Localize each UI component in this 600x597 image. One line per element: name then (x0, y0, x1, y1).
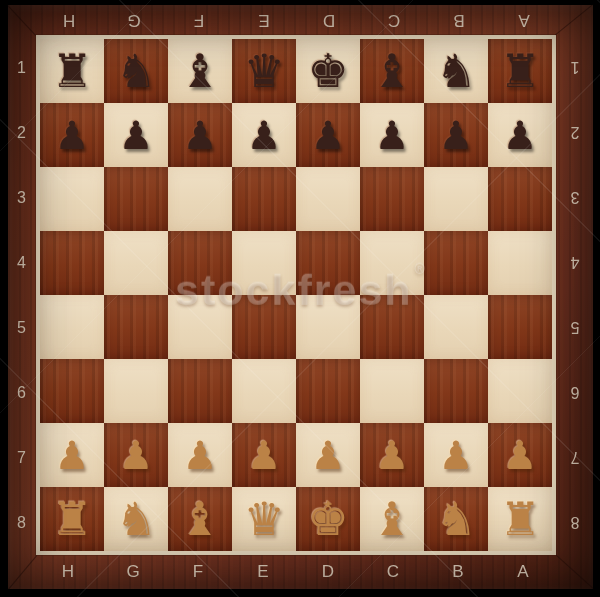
piece-black-pawn-f2[interactable]: ♟ (183, 116, 218, 155)
piece-white-pawn-f7[interactable]: ♟ (183, 436, 218, 475)
square-g1[interactable]: ♞ (104, 39, 168, 103)
square-a4[interactable] (488, 231, 552, 295)
file-label-top-h: H (36, 5, 101, 35)
square-h2[interactable]: ♟ (40, 103, 104, 167)
file-label-bottom-d: D (296, 555, 361, 589)
piece-black-bishop-c1[interactable]: ♝ (371, 48, 412, 94)
square-g4[interactable] (104, 231, 168, 295)
piece-black-pawn-e2[interactable]: ♟ (247, 116, 282, 155)
square-e2[interactable]: ♟ (232, 103, 296, 167)
square-f1[interactable]: ♝ (168, 39, 232, 103)
square-h8[interactable]: ♜ (40, 487, 104, 551)
file-label-top-d: D (296, 5, 361, 35)
square-f2[interactable]: ♟ (168, 103, 232, 167)
square-a6[interactable] (488, 359, 552, 423)
rank-label-right-8: 8 (556, 490, 593, 555)
rank-label-right-6: 6 (556, 360, 593, 425)
board-grid: ♜♞♝♛♚♝♞♜♟♟♟♟♟♟♟♟♟♟♟♟♟♟♟♟♜♞♝♛♚♝♞♜ (40, 39, 552, 551)
square-b5[interactable] (424, 295, 488, 359)
rank-label-right-7: 7 (556, 425, 593, 490)
piece-black-knight-g1[interactable]: ♞ (115, 48, 156, 94)
square-g5[interactable] (104, 295, 168, 359)
square-g2[interactable]: ♟ (104, 103, 168, 167)
square-e3[interactable] (232, 167, 296, 231)
square-g7[interactable]: ♟ (104, 423, 168, 487)
file-label-top-a: A (491, 5, 556, 35)
square-c1[interactable]: ♝ (360, 39, 424, 103)
file-label-bottom-f: F (166, 555, 231, 589)
square-h6[interactable] (40, 359, 104, 423)
piece-white-pawn-a7[interactable]: ♟ (503, 436, 538, 475)
file-label-top-g: G (101, 5, 166, 35)
file-label-top-b: B (426, 5, 491, 35)
square-a3[interactable] (488, 167, 552, 231)
square-f8[interactable]: ♝ (168, 487, 232, 551)
square-g6[interactable] (104, 359, 168, 423)
square-d5[interactable] (296, 295, 360, 359)
square-d8[interactable]: ♚ (296, 487, 360, 551)
piece-black-knight-b1[interactable]: ♞ (435, 48, 476, 94)
square-c4[interactable] (360, 231, 424, 295)
square-b2[interactable]: ♟ (424, 103, 488, 167)
piece-black-queen-e1[interactable]: ♛ (243, 48, 284, 94)
square-b6[interactable] (424, 359, 488, 423)
piece-white-pawn-b7[interactable]: ♟ (439, 436, 474, 475)
square-h7[interactable]: ♟ (40, 423, 104, 487)
rank-label-left-7: 7 (8, 425, 36, 490)
piece-white-pawn-g7[interactable]: ♟ (119, 436, 154, 475)
rank-label-right-3: 3 (556, 165, 593, 230)
square-e6[interactable] (232, 359, 296, 423)
rank-label-right-5: 5 (556, 295, 593, 360)
square-h4[interactable] (40, 231, 104, 295)
piece-white-knight-b8[interactable]: ♞ (435, 496, 476, 542)
square-d6[interactable] (296, 359, 360, 423)
rank-label-right-2: 2 (556, 100, 593, 165)
square-f7[interactable]: ♟ (168, 423, 232, 487)
square-f6[interactable] (168, 359, 232, 423)
square-a1[interactable]: ♜ (488, 39, 552, 103)
playing-area: ♜♞♝♛♚♝♞♜♟♟♟♟♟♟♟♟♟♟♟♟♟♟♟♟♜♞♝♛♚♝♞♜ (36, 35, 556, 555)
piece-black-rook-h1[interactable]: ♜ (51, 48, 92, 94)
square-c2[interactable]: ♟ (360, 103, 424, 167)
rank-label-left-8: 8 (8, 490, 36, 555)
piece-white-pawn-c7[interactable]: ♟ (375, 436, 410, 475)
square-c6[interactable] (360, 359, 424, 423)
rank-labels-left: 12345678 (8, 35, 36, 555)
rank-label-left-3: 3 (8, 165, 36, 230)
file-labels-top: HGFEDCBA (36, 5, 556, 35)
file-label-bottom-c: C (361, 555, 426, 589)
square-e1[interactable]: ♛ (232, 39, 296, 103)
piece-white-rook-a8[interactable]: ♜ (499, 496, 540, 542)
square-b4[interactable] (424, 231, 488, 295)
square-f3[interactable] (168, 167, 232, 231)
square-h3[interactable] (40, 167, 104, 231)
piece-white-bishop-c8[interactable]: ♝ (371, 496, 412, 542)
square-h1[interactable]: ♜ (40, 39, 104, 103)
square-b1[interactable]: ♞ (424, 39, 488, 103)
square-e4[interactable] (232, 231, 296, 295)
piece-white-rook-h8[interactable]: ♜ (51, 496, 92, 542)
piece-white-king-d8[interactable]: ♚ (307, 496, 348, 542)
piece-black-rook-a1[interactable]: ♜ (499, 48, 540, 94)
rank-labels-right: 12345678 (556, 35, 593, 555)
square-d1[interactable]: ♚ (296, 39, 360, 103)
file-label-bottom-h: H (36, 555, 101, 589)
piece-black-king-d1[interactable]: ♚ (307, 48, 348, 94)
rank-label-right-1: 1 (556, 35, 593, 100)
square-c8[interactable]: ♝ (360, 487, 424, 551)
photo-canvas: HGFEDCBA HGFEDCBA 12345678 12345678 ♜♞♝♛… (0, 0, 600, 597)
file-labels-bottom: HGFEDCBA (36, 555, 556, 589)
piece-white-bishop-f8[interactable]: ♝ (179, 496, 220, 542)
rank-label-left-1: 1 (8, 35, 36, 100)
piece-black-pawn-d2[interactable]: ♟ (311, 116, 346, 155)
square-f5[interactable] (168, 295, 232, 359)
piece-black-bishop-f1[interactable]: ♝ (179, 48, 220, 94)
file-label-bottom-a: A (491, 555, 556, 589)
file-label-top-c: C (361, 5, 426, 35)
piece-black-pawn-c2[interactable]: ♟ (375, 116, 410, 155)
square-b8[interactable]: ♞ (424, 487, 488, 551)
square-d2[interactable]: ♟ (296, 103, 360, 167)
square-g3[interactable] (104, 167, 168, 231)
frame-mitre-seam (8, 555, 37, 589)
rank-label-left-5: 5 (8, 295, 36, 360)
frame-mitre-seam (555, 4, 593, 35)
square-b7[interactable]: ♟ (424, 423, 488, 487)
file-label-bottom-g: G (101, 555, 166, 589)
square-c5[interactable] (360, 295, 424, 359)
square-d3[interactable] (296, 167, 360, 231)
square-a5[interactable] (488, 295, 552, 359)
frame-mitre-seam (7, 5, 36, 36)
square-g8[interactable]: ♞ (104, 487, 168, 551)
square-h5[interactable] (40, 295, 104, 359)
square-f4[interactable] (168, 231, 232, 295)
chessboard-frame: HGFEDCBA HGFEDCBA 12345678 12345678 ♜♞♝♛… (8, 5, 593, 589)
file-label-top-f: F (166, 5, 231, 35)
piece-black-pawn-h2[interactable]: ♟ (55, 116, 90, 155)
file-label-bottom-b: B (426, 555, 491, 589)
square-e5[interactable] (232, 295, 296, 359)
square-a2[interactable]: ♟ (488, 103, 552, 167)
frame-mitre-seam (556, 555, 594, 589)
square-e7[interactable]: ♟ (232, 423, 296, 487)
rank-label-left-4: 4 (8, 230, 36, 295)
piece-white-knight-g8[interactable]: ♞ (115, 496, 156, 542)
piece-black-pawn-b2[interactable]: ♟ (439, 116, 474, 155)
file-label-top-e: E (231, 5, 296, 35)
piece-white-pawn-d7[interactable]: ♟ (311, 436, 346, 475)
square-b3[interactable] (424, 167, 488, 231)
rank-label-right-4: 4 (556, 230, 593, 295)
square-e8[interactable]: ♛ (232, 487, 296, 551)
square-c7[interactable]: ♟ (360, 423, 424, 487)
piece-black-pawn-a2[interactable]: ♟ (503, 116, 538, 155)
square-c3[interactable] (360, 167, 424, 231)
piece-white-pawn-e7[interactable]: ♟ (247, 436, 282, 475)
square-a8[interactable]: ♜ (488, 487, 552, 551)
rank-label-left-6: 6 (8, 360, 36, 425)
square-d4[interactable] (296, 231, 360, 295)
piece-white-pawn-h7[interactable]: ♟ (55, 436, 90, 475)
file-label-bottom-e: E (231, 555, 296, 589)
square-a7[interactable]: ♟ (488, 423, 552, 487)
rank-label-left-2: 2 (8, 100, 36, 165)
piece-white-queen-e8[interactable]: ♛ (243, 496, 284, 542)
square-d7[interactable]: ♟ (296, 423, 360, 487)
piece-black-pawn-g2[interactable]: ♟ (119, 116, 154, 155)
